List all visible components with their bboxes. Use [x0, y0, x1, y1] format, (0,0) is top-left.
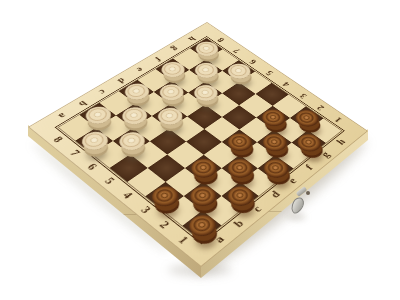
latch-shadow: [288, 214, 306, 220]
latch-screw: [306, 191, 310, 195]
checkers-board: abcdefgh abcdefgh 87654321 87654321: [28, 22, 368, 267]
product-photo: abcdefgh abcdefgh 87654321 87654321: [0, 0, 400, 300]
